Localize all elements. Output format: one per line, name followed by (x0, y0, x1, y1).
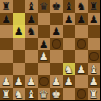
square-h2[interactable]: ♟ (88, 75, 101, 88)
piece-black-bishop[interactable]: ♝ (27, 0, 36, 13)
square-e1[interactable]: ♚ (50, 88, 63, 101)
piece-black-king[interactable]: ♚ (52, 0, 61, 13)
piece-black-pawn[interactable]: ♟ (89, 13, 98, 26)
piece-white-bishop[interactable]: ♝ (27, 88, 36, 101)
square-e8[interactable]: ♚ (50, 0, 63, 13)
square-f3[interactable]: ♞ (63, 63, 76, 76)
piece-white-rook[interactable]: ♜ (89, 88, 98, 101)
square-g6[interactable] (75, 25, 88, 38)
square-c3[interactable] (25, 63, 38, 76)
square-a7[interactable]: ♟ (0, 13, 13, 26)
square-e7[interactable] (50, 13, 63, 26)
piece-white-pawn[interactable]: ♟ (77, 63, 86, 76)
legal-move-dot[interactable] (52, 39, 62, 49)
piece-black-rook[interactable]: ♜ (89, 0, 98, 13)
square-d4[interactable]: ♟ (38, 50, 51, 63)
square-d8[interactable]: ♛ (38, 0, 51, 13)
square-f8[interactable]: ♝ (63, 0, 76, 13)
square-b6[interactable]: ♟ (13, 25, 26, 38)
piece-white-pawn[interactable]: ♟ (64, 75, 73, 88)
square-f1[interactable] (63, 88, 76, 101)
square-d6[interactable] (38, 25, 51, 38)
square-e6[interactable]: ♟ (50, 25, 63, 38)
square-h4[interactable] (88, 50, 101, 63)
piece-black-pawn[interactable]: ♟ (52, 25, 61, 38)
legal-move-dot[interactable] (77, 89, 87, 99)
square-e5[interactable] (50, 38, 63, 51)
square-b8[interactable] (13, 0, 26, 13)
square-d2[interactable] (38, 75, 51, 88)
square-a8[interactable]: ♜ (0, 0, 13, 13)
square-c4[interactable] (25, 50, 38, 63)
piece-white-pawn[interactable]: ♟ (14, 75, 23, 88)
legal-move-dot[interactable] (89, 52, 99, 62)
square-b4[interactable] (13, 50, 26, 63)
piece-black-pawn[interactable]: ♟ (27, 13, 36, 26)
square-a3[interactable] (0, 63, 13, 76)
piece-white-pawn[interactable]: ♟ (39, 50, 48, 63)
square-a6[interactable] (0, 25, 13, 38)
square-h6[interactable] (88, 25, 101, 38)
legal-move-dot[interactable] (39, 77, 49, 87)
piece-white-queen[interactable]: ♛ (39, 88, 48, 101)
piece-white-pawn[interactable]: ♟ (27, 75, 36, 88)
square-c2[interactable]: ♟ (25, 75, 38, 88)
square-g7[interactable]: ♟ (75, 13, 88, 26)
chess-board: ♜♝♛♚♝♞♜♟♟♟♟♟♟♞♟♟♟♞♟♝♟♟♟♟♟♟♜♞♝♛♚♜ (0, 0, 100, 100)
piece-white-knight[interactable]: ♞ (64, 63, 73, 76)
piece-black-bishop[interactable]: ♝ (64, 0, 73, 13)
piece-black-knight[interactable]: ♞ (27, 25, 36, 38)
piece-black-pawn[interactable]: ♟ (39, 38, 48, 51)
square-a2[interactable]: ♟ (0, 75, 13, 88)
square-h5[interactable] (88, 38, 101, 51)
square-h1[interactable]: ♜ (88, 88, 101, 101)
piece-white-rook[interactable]: ♜ (2, 88, 11, 101)
square-h3[interactable]: ♝ (88, 63, 101, 76)
square-c7[interactable]: ♟ (25, 13, 38, 26)
piece-black-queen[interactable]: ♛ (39, 0, 48, 13)
piece-black-rook[interactable]: ♜ (2, 0, 11, 13)
square-f6[interactable] (63, 25, 76, 38)
piece-black-pawn[interactable]: ♟ (2, 13, 11, 26)
piece-white-pawn[interactable]: ♟ (2, 75, 11, 88)
square-g5[interactable] (75, 38, 88, 51)
square-c1[interactable]: ♝ (25, 88, 38, 101)
square-e2[interactable]: ♟ (50, 75, 63, 88)
square-g3[interactable]: ♟ (75, 63, 88, 76)
piece-white-knight[interactable]: ♞ (14, 88, 23, 101)
square-a1[interactable]: ♜ (0, 88, 13, 101)
square-e4[interactable] (50, 50, 63, 63)
square-g2[interactable] (75, 75, 88, 88)
square-c5[interactable] (25, 38, 38, 51)
piece-black-knight[interactable]: ♞ (77, 0, 86, 13)
square-b7[interactable] (13, 13, 26, 26)
square-f7[interactable]: ♟ (63, 13, 76, 26)
piece-white-pawn[interactable]: ♟ (89, 75, 98, 88)
piece-white-pawn[interactable]: ♟ (52, 75, 61, 88)
piece-black-pawn[interactable]: ♟ (64, 13, 73, 26)
square-a4[interactable] (0, 50, 13, 63)
square-f4[interactable] (63, 50, 76, 63)
square-h7[interactable]: ♟ (88, 13, 101, 26)
square-h8[interactable]: ♜ (88, 0, 101, 13)
square-b1[interactable]: ♞ (13, 88, 26, 101)
square-g4[interactable] (75, 50, 88, 63)
square-d7[interactable] (38, 13, 51, 26)
square-b2[interactable]: ♟ (13, 75, 26, 88)
piece-white-king[interactable]: ♚ (52, 88, 61, 101)
square-d1[interactable]: ♛ (38, 88, 51, 101)
piece-white-bishop[interactable]: ♝ (89, 63, 98, 76)
square-f2[interactable]: ♟ (63, 75, 76, 88)
square-d5[interactable]: ♟ (38, 38, 51, 51)
square-b3[interactable] (13, 63, 26, 76)
square-g1[interactable] (75, 88, 88, 101)
legal-move-dot[interactable] (77, 39, 87, 49)
square-c8[interactable]: ♝ (25, 0, 38, 13)
square-f5[interactable] (63, 38, 76, 51)
piece-black-pawn[interactable]: ♟ (77, 13, 86, 26)
square-e3[interactable] (50, 63, 63, 76)
square-c6[interactable]: ♞ (25, 25, 38, 38)
square-g8[interactable]: ♞ (75, 0, 88, 13)
square-b5[interactable] (13, 38, 26, 51)
square-a5[interactable] (0, 38, 13, 51)
piece-black-pawn[interactable]: ♟ (14, 25, 23, 38)
square-d3[interactable] (38, 63, 51, 76)
